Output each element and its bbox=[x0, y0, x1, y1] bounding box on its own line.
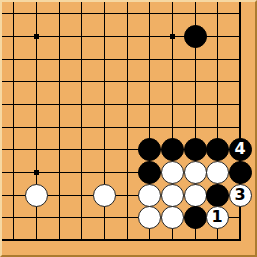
white-stone bbox=[161, 161, 184, 184]
white-stone-numbered: 3 bbox=[229, 184, 252, 207]
white-stone bbox=[138, 184, 161, 207]
black-stone bbox=[206, 184, 229, 207]
star-point bbox=[34, 170, 39, 175]
grid-line-horizontal bbox=[2, 81, 241, 82]
white-stone bbox=[161, 184, 184, 207]
grid-line-horizontal bbox=[2, 59, 241, 60]
star-point bbox=[34, 34, 39, 39]
black-stone bbox=[161, 138, 184, 161]
grid-line-vertical bbox=[81, 2, 82, 241]
white-stone bbox=[184, 184, 207, 207]
black-stone bbox=[229, 161, 252, 184]
black-stone-numbered: 4 bbox=[229, 138, 252, 161]
white-stone bbox=[138, 206, 161, 229]
black-stone bbox=[138, 161, 161, 184]
white-stone bbox=[206, 161, 229, 184]
board-edge-line-bottom bbox=[2, 239, 241, 241]
star-point bbox=[170, 34, 175, 39]
grid-line-vertical bbox=[13, 2, 14, 241]
black-stone bbox=[184, 25, 207, 48]
grid-line-horizontal bbox=[2, 13, 241, 14]
grid-line-vertical bbox=[127, 2, 128, 241]
white-stone-numbered: 1 bbox=[206, 206, 229, 229]
black-stone bbox=[138, 138, 161, 161]
grid-line-horizontal bbox=[2, 104, 241, 105]
white-stone bbox=[184, 161, 207, 184]
white-stone bbox=[25, 184, 48, 207]
move-number-label: 4 bbox=[234, 141, 245, 157]
black-stone bbox=[206, 138, 229, 161]
go-board-diagram: 431 bbox=[0, 0, 257, 257]
black-stone bbox=[184, 138, 207, 161]
move-number-label: 1 bbox=[211, 209, 222, 225]
white-stone bbox=[161, 206, 184, 229]
black-stone bbox=[184, 206, 207, 229]
grid-line-vertical bbox=[59, 2, 60, 241]
white-stone bbox=[93, 184, 116, 207]
move-number-label: 3 bbox=[234, 187, 245, 203]
grid-line-horizontal bbox=[2, 127, 241, 128]
